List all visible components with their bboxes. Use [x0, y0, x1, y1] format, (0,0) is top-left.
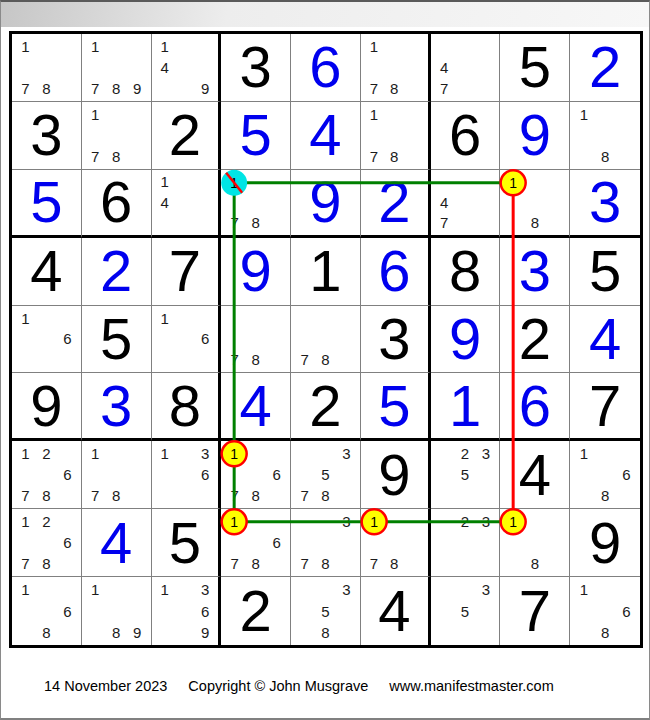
- candidate-7: 7: [294, 553, 315, 574]
- cell-r9c5[interactable]: 358: [291, 577, 361, 645]
- candidate-4: [364, 532, 384, 553]
- cell-r7c4[interactable]: 1678: [221, 441, 291, 509]
- footer: 14 November 2023 Copyright © John Musgra…: [44, 678, 554, 694]
- candidate-2: [594, 579, 615, 600]
- candidate-5: [36, 329, 57, 350]
- candidate-4: [15, 464, 36, 485]
- cell-r9c6[interactable]: 4: [361, 577, 431, 645]
- candidate-8: 8: [245, 212, 266, 232]
- candidate-6: [195, 57, 215, 78]
- candidate-7: 7: [85, 78, 106, 99]
- cell-r9c7[interactable]: 35: [431, 577, 501, 645]
- cell-r6c7[interactable]: 1: [431, 373, 501, 441]
- candidate-4: 4: [155, 57, 175, 78]
- value: 5: [361, 373, 428, 438]
- candidate-6: 6: [616, 464, 637, 485]
- candidate-7: 7: [15, 485, 36, 506]
- cell-r2c9[interactable]: 18: [570, 102, 640, 170]
- cell-r1c3[interactable]: 149: [152, 34, 222, 102]
- candidate-3: [404, 511, 424, 532]
- candidate-3: 3: [336, 511, 357, 532]
- candidates: 168: [570, 441, 640, 508]
- cell-r6c3[interactable]: 8: [152, 373, 222, 441]
- candidate-1: 1: [573, 579, 594, 600]
- candidate-9: [57, 78, 78, 99]
- candidate-3: [266, 443, 287, 464]
- value: 9: [500, 102, 569, 169]
- cell-r2c6[interactable]: 178: [361, 102, 431, 170]
- cell-r5c8[interactable]: 2: [500, 306, 570, 374]
- value: 4: [82, 509, 151, 576]
- candidate-9: [195, 212, 215, 232]
- candidate-7: 7: [224, 212, 245, 232]
- candidate-4: [503, 192, 524, 212]
- candidate-8: 8: [106, 622, 127, 643]
- cell-r8c8[interactable]: 18: [500, 509, 570, 577]
- candidate-7: [434, 553, 455, 574]
- candidate-1: 1: [364, 36, 384, 57]
- candidate-4: [85, 464, 106, 485]
- cell-r5c3[interactable]: 16: [152, 306, 222, 374]
- candidate-6: 6: [57, 532, 78, 553]
- value: 2: [82, 238, 151, 305]
- page: 1781789149361784752317825417869185614178…: [0, 0, 650, 720]
- candidate-6: [57, 57, 78, 78]
- candidate-2: [175, 308, 195, 329]
- cell-r1c7[interactable]: 47: [431, 34, 501, 102]
- candidate-4: [294, 600, 315, 621]
- value: 3: [12, 102, 81, 169]
- cell-r7c9[interactable]: 168: [570, 441, 640, 509]
- candidate-6: [476, 192, 497, 212]
- value: 7: [500, 577, 569, 645]
- value: 9: [221, 238, 290, 305]
- value: 2: [500, 306, 569, 373]
- cell-r5c9[interactable]: 4: [570, 306, 640, 374]
- candidates: 23: [431, 509, 500, 576]
- candidate-4: [155, 329, 175, 350]
- cell-r2c8[interactable]: 9: [500, 102, 570, 170]
- candidate-3: [127, 36, 148, 57]
- candidate-5: [524, 532, 545, 553]
- candidates: 178: [82, 441, 151, 508]
- cell-r6c4[interactable]: 4: [221, 373, 291, 441]
- candidate-8: 8: [315, 622, 336, 643]
- candidate-3: [195, 308, 215, 329]
- value: 6: [361, 238, 428, 305]
- candidate-1: 1: [155, 443, 175, 464]
- candidate-3: [616, 443, 637, 464]
- candidate-1: 1: [85, 104, 106, 125]
- candidates: 14: [152, 170, 219, 235]
- cell-r2c7[interactable]: 6: [431, 102, 501, 170]
- value: 9: [431, 306, 500, 373]
- candidate-6: 6: [266, 532, 287, 553]
- cell-r2c2[interactable]: 178: [82, 102, 152, 170]
- candidate-5: [315, 329, 336, 350]
- candidate-3: 3: [195, 579, 215, 600]
- candidate-6: [127, 600, 148, 621]
- candidate-4: [224, 464, 245, 485]
- candidate-4: [15, 532, 36, 553]
- candidate-5: 5: [455, 600, 476, 621]
- cell-r5c4[interactable]: 78: [221, 306, 291, 374]
- candidate-9: [266, 553, 287, 574]
- candidate-1: 1: [15, 308, 36, 329]
- candidate-9: 9: [127, 622, 148, 643]
- candidate-7: 7: [364, 553, 384, 574]
- candidate-2: [245, 172, 266, 192]
- candidate-8: 8: [245, 349, 266, 370]
- candidate-3: 3: [336, 579, 357, 600]
- candidate-9: [404, 78, 424, 99]
- cell-r8c9[interactable]: 9: [570, 509, 640, 577]
- candidate-3: [195, 36, 215, 57]
- value: 5: [221, 102, 290, 169]
- candidate-1: 1: [15, 36, 36, 57]
- cell-r1c4[interactable]: 3: [221, 34, 291, 102]
- cell-r1c8[interactable]: 5: [500, 34, 570, 102]
- cell-r1c9[interactable]: 2: [570, 34, 640, 102]
- candidate-2: 2: [455, 511, 476, 532]
- candidate-9: [616, 485, 637, 506]
- candidate-8: 8: [245, 485, 266, 506]
- candidate-5: 5: [455, 464, 476, 485]
- candidate-4: [15, 600, 36, 621]
- candidate-1: [294, 511, 315, 532]
- value: 1: [291, 238, 360, 305]
- candidate-4: [503, 532, 524, 553]
- candidate-8: 8: [315, 485, 336, 506]
- candidate-5: [455, 192, 476, 212]
- candidate-5: [36, 464, 57, 485]
- candidate-6: 6: [57, 600, 78, 621]
- candidates: 1369: [152, 577, 219, 645]
- cell-r7c7[interactable]: 235: [431, 441, 501, 509]
- candidate-5: [245, 192, 266, 212]
- cell-r9c9[interactable]: 168: [570, 577, 640, 645]
- candidate-5: [36, 57, 57, 78]
- candidate-1: [434, 36, 455, 57]
- candidates: 358: [291, 577, 360, 645]
- candidate-4: [85, 57, 106, 78]
- candidate-1: 1: [155, 579, 175, 600]
- candidate-4: [85, 125, 106, 146]
- candidate-3: [57, 443, 78, 464]
- candidate-8: [175, 212, 195, 232]
- cell-r4c1[interactable]: 4: [12, 238, 82, 306]
- cell-r3c5[interactable]: 9: [291, 170, 361, 238]
- candidate-7: [15, 349, 36, 370]
- candidate-5: [315, 532, 336, 553]
- candidate-4: [573, 464, 594, 485]
- cell-r9c1[interactable]: 168: [12, 577, 82, 645]
- cell-r7c5[interactable]: 3578: [291, 441, 361, 509]
- cell-r7c3[interactable]: 136: [152, 441, 222, 509]
- value: 3: [82, 373, 151, 438]
- value: 5: [152, 509, 219, 576]
- value: 5: [500, 34, 569, 101]
- value: 4: [570, 306, 640, 373]
- candidate-1: 1: [573, 443, 594, 464]
- candidates: 18: [500, 509, 569, 576]
- candidate-8: 8: [524, 212, 545, 232]
- candidate-5: [175, 329, 195, 350]
- candidate-8: 8: [36, 553, 57, 574]
- cell-r7c8[interactable]: 4: [500, 441, 570, 509]
- candidate-6: [127, 464, 148, 485]
- cell-r9c3[interactable]: 1369: [152, 577, 222, 645]
- candidate-3: [57, 36, 78, 57]
- cell-r1c1[interactable]: 178: [12, 34, 82, 102]
- sudoku-grid: 1781789149361784752317825417869185614178…: [12, 34, 640, 645]
- candidate-7: 7: [15, 78, 36, 99]
- candidate-8: [455, 78, 476, 99]
- candidate-3: [476, 36, 497, 57]
- candidate-3: [404, 104, 424, 125]
- candidate-5: [106, 57, 127, 78]
- candidate-8: 8: [36, 78, 57, 99]
- candidate-3: [266, 308, 287, 329]
- cell-r5c5[interactable]: 78: [291, 306, 361, 374]
- cell-r2c4[interactable]: 5: [221, 102, 291, 170]
- cell-r4c5[interactable]: 1: [291, 238, 361, 306]
- candidates: 12678: [12, 509, 81, 576]
- candidate-7: 7: [85, 146, 106, 167]
- candidate-6: [404, 532, 424, 553]
- candidate-9: [476, 485, 497, 506]
- candidate-4: [15, 57, 36, 78]
- candidate-7: 7: [364, 78, 384, 99]
- candidate-9: [266, 485, 287, 506]
- candidate-4: [294, 464, 315, 485]
- candidate-6: [545, 532, 566, 553]
- candidate-3: [616, 104, 637, 125]
- cell-r6c8[interactable]: 6: [500, 373, 570, 441]
- candidate-2: [315, 443, 336, 464]
- candidates: 78: [221, 306, 290, 373]
- cell-r5c6[interactable]: 3: [361, 306, 431, 374]
- cell-r4c3[interactable]: 7: [152, 238, 222, 306]
- cell-r1c6[interactable]: 178: [361, 34, 431, 102]
- candidate-5: [384, 532, 404, 553]
- cell-r8c1[interactable]: 12678: [12, 509, 82, 577]
- value: 8: [152, 373, 219, 438]
- cell-r4c6[interactable]: 6: [361, 238, 431, 306]
- candidate-2: [315, 511, 336, 532]
- candidates: 1678: [221, 509, 290, 576]
- value: 6: [291, 34, 360, 101]
- cell-r1c2[interactable]: 1789: [82, 34, 152, 102]
- cell-r8c4[interactable]: 1678: [221, 509, 291, 577]
- value: 3: [221, 34, 290, 101]
- candidate-2: [384, 511, 404, 532]
- candidate-1: 1: [85, 443, 106, 464]
- candidate-1: 1: [15, 511, 36, 532]
- window-top-bar: [1, 2, 649, 27]
- candidates: 47: [431, 34, 500, 101]
- candidate-9: [404, 553, 424, 574]
- cell-r3c1[interactable]: 5: [12, 170, 82, 238]
- candidate-1: 1: [155, 36, 175, 57]
- candidate-1: 1: [224, 172, 245, 192]
- candidate-6: 6: [195, 600, 215, 621]
- candidate-1: 1: [15, 443, 36, 464]
- candidate-5: 5: [315, 464, 336, 485]
- cell-r1c5[interactable]: 6: [291, 34, 361, 102]
- value: 1: [431, 373, 500, 438]
- candidate-9: [195, 349, 215, 370]
- candidate-1: 1: [224, 443, 245, 464]
- cell-r4c9[interactable]: 5: [570, 238, 640, 306]
- candidate-4: 4: [155, 192, 175, 212]
- cell-r6c6[interactable]: 5: [361, 373, 431, 441]
- candidate-9: [336, 349, 357, 370]
- footer-date: 14 November 2023: [44, 678, 167, 694]
- value: 4: [361, 577, 428, 645]
- cell-r6c1[interactable]: 9: [12, 373, 82, 441]
- candidate-9: [57, 349, 78, 370]
- candidate-1: [224, 308, 245, 329]
- cell-r6c2[interactable]: 3: [82, 373, 152, 441]
- cell-r3c8[interactable]: 18: [500, 170, 570, 238]
- cell-r3c7[interactable]: 47: [431, 170, 501, 238]
- value: 5: [12, 170, 81, 235]
- candidate-9: [127, 146, 148, 167]
- cell-r4c4[interactable]: 9: [221, 238, 291, 306]
- cell-r4c2[interactable]: 2: [82, 238, 152, 306]
- candidate-4: [294, 532, 315, 553]
- candidate-5: [384, 57, 404, 78]
- cell-r4c8[interactable]: 3: [500, 238, 570, 306]
- cell-r9c2[interactable]: 189: [82, 577, 152, 645]
- candidate-4: [224, 532, 245, 553]
- cell-r3c6[interactable]: 2: [361, 170, 431, 238]
- candidate-6: [476, 600, 497, 621]
- cell-r9c8[interactable]: 7: [500, 577, 570, 645]
- candidates: 78: [291, 306, 360, 373]
- value: 9: [570, 509, 640, 576]
- candidate-9: [404, 146, 424, 167]
- candidate-5: [106, 600, 127, 621]
- cell-r6c5[interactable]: 2: [291, 373, 361, 441]
- cell-r5c7[interactable]: 9: [431, 306, 501, 374]
- candidates: 18: [570, 102, 640, 169]
- candidate-2: [524, 511, 545, 532]
- candidate-3: [404, 36, 424, 57]
- cell-r8c2[interactable]: 4: [82, 509, 152, 577]
- cell-r3c3[interactable]: 14: [152, 170, 222, 238]
- candidate-5: [455, 532, 476, 553]
- candidate-2: 2: [36, 443, 57, 464]
- candidate-2: [455, 172, 476, 192]
- cell-r8c7[interactable]: 23: [431, 509, 501, 577]
- candidate-7: 7: [294, 349, 315, 370]
- candidate-3: [266, 511, 287, 532]
- cell-r5c2[interactable]: 5: [82, 306, 152, 374]
- cell-r3c2[interactable]: 6: [82, 170, 152, 238]
- candidate-8: [175, 78, 195, 99]
- candidate-1: 1: [503, 172, 524, 192]
- candidate-2: [106, 104, 127, 125]
- candidate-6: [476, 57, 497, 78]
- cell-r7c6[interactable]: 9: [361, 441, 431, 509]
- candidate-2: [175, 172, 195, 192]
- candidate-8: 8: [106, 485, 127, 506]
- candidate-2: 2: [36, 511, 57, 532]
- cell-r9c4[interactable]: 2: [221, 577, 291, 645]
- candidates: 12678: [12, 441, 81, 508]
- candidate-2: [455, 36, 476, 57]
- value: 6: [500, 373, 569, 438]
- candidate-7: [573, 622, 594, 643]
- candidate-4: [224, 329, 245, 350]
- value: 4: [500, 441, 569, 508]
- candidate-8: [455, 485, 476, 506]
- candidate-7: [15, 622, 36, 643]
- value: 9: [12, 373, 81, 438]
- candidate-1: 1: [224, 511, 245, 532]
- candidate-2: [384, 104, 404, 125]
- candidate-4: [434, 532, 455, 553]
- cell-r7c2[interactable]: 178: [82, 441, 152, 509]
- candidate-9: [616, 622, 637, 643]
- candidate-3: [266, 172, 287, 192]
- candidate-3: 3: [195, 443, 215, 464]
- cell-r3c9[interactable]: 3: [570, 170, 640, 238]
- candidates: 3578: [291, 441, 360, 508]
- candidate-9: [195, 485, 215, 506]
- candidate-6: [545, 192, 566, 212]
- cell-r4c7[interactable]: 8: [431, 238, 501, 306]
- candidate-1: 1: [15, 579, 36, 600]
- cell-r2c1[interactable]: 3: [12, 102, 82, 170]
- cell-r8c6[interactable]: 178: [361, 509, 431, 577]
- candidate-1: 1: [85, 36, 106, 57]
- candidate-6: [476, 532, 497, 553]
- cell-r5c1[interactable]: 16: [12, 306, 82, 374]
- candidate-1: [294, 308, 315, 329]
- candidate-7: [573, 146, 594, 167]
- cell-r8c5[interactable]: 378: [291, 509, 361, 577]
- candidate-2: [594, 104, 615, 125]
- footer-website[interactable]: www.manifestmaster.com: [389, 678, 553, 694]
- cell-r7c1[interactable]: 12678: [12, 441, 82, 509]
- candidate-1: [434, 511, 455, 532]
- cell-r6c9[interactable]: 7: [570, 373, 640, 441]
- candidate-9: [476, 212, 497, 232]
- candidate-3: [476, 172, 497, 192]
- candidate-4: [434, 464, 455, 485]
- cell-r8c3[interactable]: 5: [152, 509, 222, 577]
- candidate-7: 7: [85, 485, 106, 506]
- candidate-4: [85, 600, 106, 621]
- candidate-8: 8: [106, 78, 127, 99]
- candidate-7: 7: [224, 485, 245, 506]
- candidate-4: [573, 600, 594, 621]
- cell-r2c3[interactable]: 2: [152, 102, 222, 170]
- candidate-8: 8: [245, 553, 266, 574]
- cell-r2c5[interactable]: 4: [291, 102, 361, 170]
- candidate-6: [336, 464, 357, 485]
- candidate-5: [384, 125, 404, 146]
- candidate-8: [455, 553, 476, 574]
- candidate-6: [404, 125, 424, 146]
- candidate-8: 8: [524, 553, 545, 574]
- candidate-5: 5: [315, 600, 336, 621]
- candidates: 149: [152, 34, 219, 101]
- cell-r3c4[interactable]: 178: [221, 170, 291, 238]
